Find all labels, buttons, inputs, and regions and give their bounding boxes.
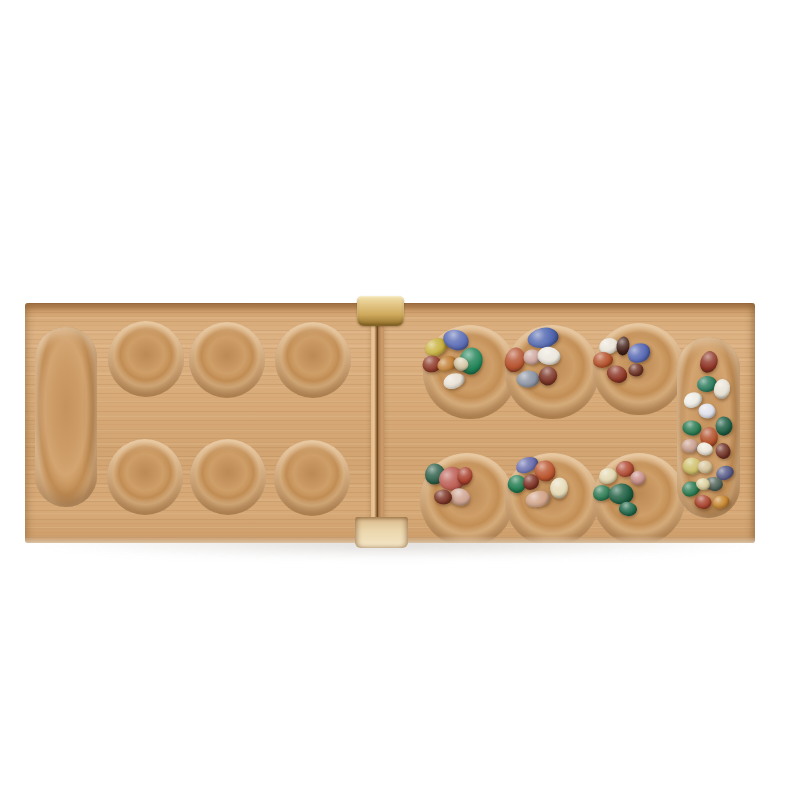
pit-a4[interactable] bbox=[423, 325, 517, 419]
pit-b1[interactable] bbox=[107, 439, 183, 515]
gem-stone bbox=[713, 378, 732, 400]
gem-stone bbox=[629, 363, 644, 376]
gem-stone bbox=[698, 350, 720, 376]
mancala-board bbox=[25, 303, 755, 543]
board-half-right bbox=[384, 303, 755, 543]
hinge-top bbox=[357, 296, 404, 326]
pit-b3[interactable] bbox=[274, 440, 350, 516]
gem-stone bbox=[714, 442, 732, 460]
pit-a5[interactable] bbox=[505, 325, 599, 419]
store-left bbox=[35, 327, 97, 507]
store-right bbox=[677, 337, 740, 518]
gem-stone bbox=[434, 490, 452, 505]
gem-stone bbox=[618, 500, 639, 517]
board-half-left bbox=[25, 303, 371, 543]
gem-stone bbox=[712, 494, 731, 510]
pit-a6[interactable] bbox=[593, 323, 685, 415]
gem-stone bbox=[537, 364, 560, 388]
gem-stone bbox=[681, 439, 698, 453]
pit-a2[interactable] bbox=[189, 322, 265, 398]
hinge-seam bbox=[371, 303, 384, 543]
gem-stone bbox=[523, 474, 539, 490]
pit-b4[interactable] bbox=[420, 453, 514, 543]
pit-b2[interactable] bbox=[190, 439, 266, 515]
gem-stone bbox=[698, 461, 713, 474]
gem-stone bbox=[524, 489, 551, 509]
gem-stone bbox=[536, 345, 562, 367]
gem-stone bbox=[694, 493, 714, 510]
pit-b6[interactable] bbox=[593, 453, 685, 543]
gem-stone bbox=[599, 468, 617, 484]
pit-a1[interactable] bbox=[108, 321, 184, 397]
gem-stone bbox=[441, 371, 466, 391]
gem-stone bbox=[629, 470, 646, 486]
gem-stone bbox=[515, 369, 540, 389]
gem-stone bbox=[696, 478, 710, 490]
pit-b5[interactable] bbox=[505, 453, 599, 543]
gem-stone bbox=[699, 404, 716, 419]
hinge-bottom bbox=[355, 517, 408, 548]
pit-a3[interactable] bbox=[275, 322, 351, 398]
mancala-product-photo bbox=[0, 0, 800, 800]
